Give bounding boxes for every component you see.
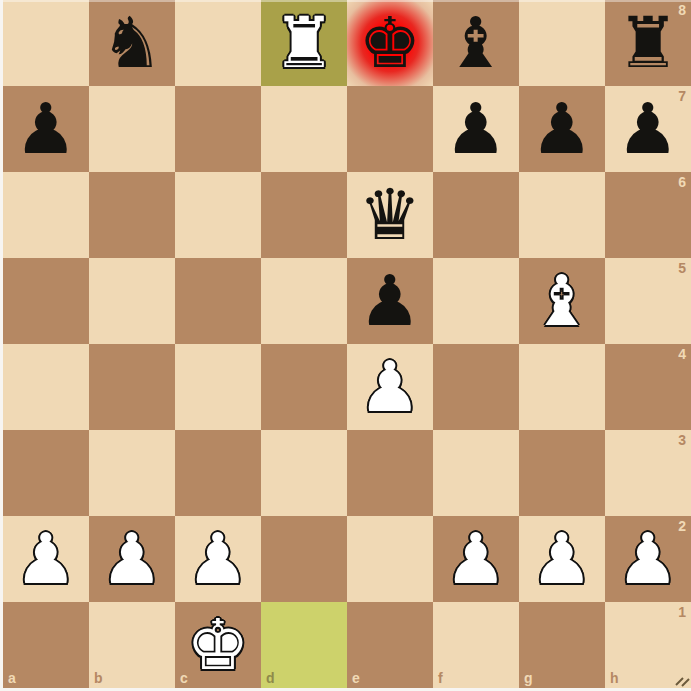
- piece-black-king[interactable]: ♚: [347, 0, 433, 86]
- square-e1[interactable]: e: [347, 602, 433, 688]
- square-a4[interactable]: [3, 344, 89, 430]
- square-e6[interactable]: ♛: [347, 172, 433, 258]
- square-f4[interactable]: [433, 344, 519, 430]
- square-c4[interactable]: [175, 344, 261, 430]
- square-f2[interactable]: ♟: [433, 516, 519, 602]
- square-g7[interactable]: ♟: [519, 86, 605, 172]
- piece-white-pawn[interactable]: ♟: [433, 516, 519, 602]
- square-g6[interactable]: [519, 172, 605, 258]
- rank-label-3: 3: [678, 433, 686, 447]
- piece-white-pawn[interactable]: ♟: [519, 516, 605, 602]
- piece-black-pawn[interactable]: ♟: [347, 258, 433, 344]
- piece-black-knight[interactable]: ♞: [89, 0, 175, 86]
- square-c1[interactable]: ♚c: [175, 602, 261, 688]
- square-d2[interactable]: [261, 516, 347, 602]
- piece-white-pawn[interactable]: ♟: [605, 516, 691, 602]
- square-c3[interactable]: [175, 430, 261, 516]
- piece-white-pawn[interactable]: ♟: [89, 516, 175, 602]
- file-label-d: d: [266, 671, 275, 685]
- file-label-f: f: [438, 671, 443, 685]
- square-b3[interactable]: [89, 430, 175, 516]
- piece-black-pawn[interactable]: ♟: [433, 86, 519, 172]
- piece-black-queen[interactable]: ♛: [347, 172, 433, 258]
- square-f8[interactable]: ♝: [433, 0, 519, 86]
- file-label-a: a: [8, 671, 16, 685]
- square-a6[interactable]: [3, 172, 89, 258]
- square-f7[interactable]: ♟: [433, 86, 519, 172]
- square-g2[interactable]: ♟: [519, 516, 605, 602]
- file-label-h: h: [610, 671, 619, 685]
- square-a1[interactable]: a: [3, 602, 89, 688]
- square-a5[interactable]: [3, 258, 89, 344]
- square-c6[interactable]: [175, 172, 261, 258]
- square-e2[interactable]: [347, 516, 433, 602]
- square-a7[interactable]: ♟: [3, 86, 89, 172]
- square-b8[interactable]: ♞: [89, 0, 175, 86]
- square-h5[interactable]: 5: [605, 258, 691, 344]
- piece-black-rook[interactable]: ♜: [605, 0, 691, 86]
- file-label-e: e: [352, 671, 360, 685]
- square-d5[interactable]: [261, 258, 347, 344]
- square-c5[interactable]: [175, 258, 261, 344]
- piece-black-pawn[interactable]: ♟: [605, 86, 691, 172]
- square-h3[interactable]: 3: [605, 430, 691, 516]
- piece-black-pawn[interactable]: ♟: [3, 86, 89, 172]
- square-g1[interactable]: g: [519, 602, 605, 688]
- square-g4[interactable]: [519, 344, 605, 430]
- square-e8[interactable]: ♚: [347, 0, 433, 86]
- piece-white-pawn[interactable]: ♟: [175, 516, 261, 602]
- square-e5[interactable]: ♟: [347, 258, 433, 344]
- square-d7[interactable]: [261, 86, 347, 172]
- rank-label-5: 5: [678, 261, 686, 275]
- square-b5[interactable]: [89, 258, 175, 344]
- square-d8[interactable]: ♜: [261, 0, 347, 86]
- piece-black-bishop[interactable]: ♝: [433, 0, 519, 86]
- square-f5[interactable]: [433, 258, 519, 344]
- square-f3[interactable]: [433, 430, 519, 516]
- square-b2[interactable]: ♟: [89, 516, 175, 602]
- piece-white-bishop[interactable]: ♝: [519, 258, 605, 344]
- square-g8[interactable]: [519, 0, 605, 86]
- square-b6[interactable]: [89, 172, 175, 258]
- piece-white-rook[interactable]: ♜: [261, 0, 347, 86]
- square-h8[interactable]: ♜8: [605, 0, 691, 86]
- square-g5[interactable]: ♝: [519, 258, 605, 344]
- square-g3[interactable]: [519, 430, 605, 516]
- square-h2[interactable]: ♟2: [605, 516, 691, 602]
- square-d4[interactable]: [261, 344, 347, 430]
- piece-white-pawn[interactable]: ♟: [3, 516, 89, 602]
- chess-board: ♞♜♚♝♜8♟♟♟♟7♛6♟♝5♟43♟♟♟♟♟♟2ab♚cdefg1h: [3, 0, 691, 688]
- square-d1[interactable]: d: [261, 602, 347, 688]
- square-a8[interactable]: [3, 0, 89, 86]
- square-e3[interactable]: [347, 430, 433, 516]
- square-h4[interactable]: 4: [605, 344, 691, 430]
- square-d6[interactable]: [261, 172, 347, 258]
- rank-label-4: 4: [678, 347, 686, 361]
- rank-label-6: 6: [678, 175, 686, 189]
- square-a2[interactable]: ♟: [3, 516, 89, 602]
- file-label-b: b: [94, 671, 103, 685]
- file-label-g: g: [524, 671, 533, 685]
- piece-white-pawn[interactable]: ♟: [347, 344, 433, 430]
- board-resize-handle[interactable]: [674, 671, 690, 687]
- rank-label-1: 1: [678, 605, 686, 619]
- square-h6[interactable]: 6: [605, 172, 691, 258]
- square-f1[interactable]: f: [433, 602, 519, 688]
- square-c2[interactable]: ♟: [175, 516, 261, 602]
- square-b1[interactable]: b: [89, 602, 175, 688]
- piece-black-pawn[interactable]: ♟: [519, 86, 605, 172]
- square-h7[interactable]: ♟7: [605, 86, 691, 172]
- square-a3[interactable]: [3, 430, 89, 516]
- square-c8[interactable]: [175, 0, 261, 86]
- square-e4[interactable]: ♟: [347, 344, 433, 430]
- square-c7[interactable]: [175, 86, 261, 172]
- square-f6[interactable]: [433, 172, 519, 258]
- square-e7[interactable]: [347, 86, 433, 172]
- square-d3[interactable]: [261, 430, 347, 516]
- square-b7[interactable]: [89, 86, 175, 172]
- square-b4[interactable]: [89, 344, 175, 430]
- piece-white-king[interactable]: ♚: [175, 602, 261, 688]
